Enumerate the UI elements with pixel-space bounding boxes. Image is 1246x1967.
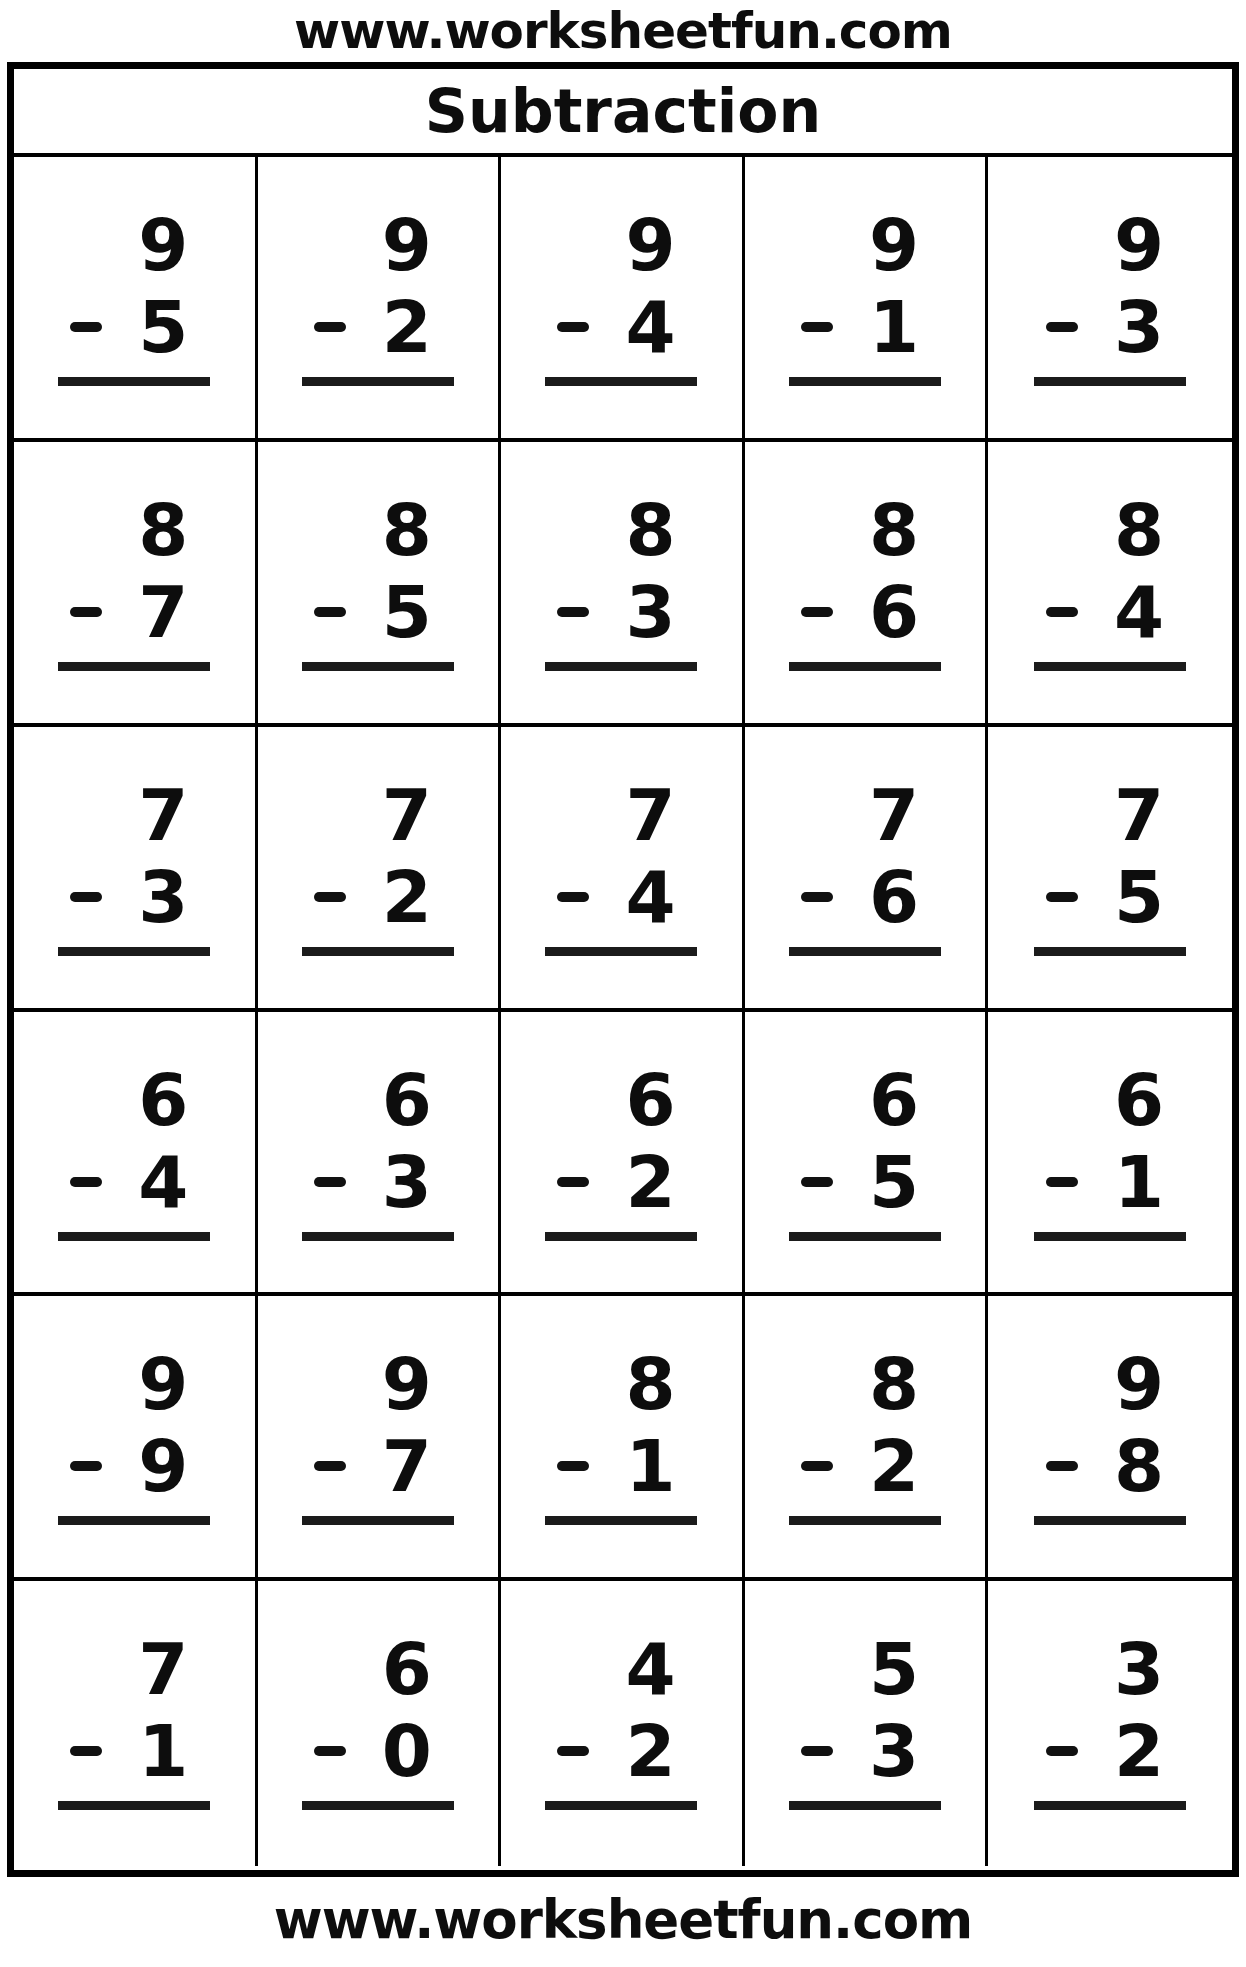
footer-site-url: www.worksheetfun.com [0,1891,1246,1949]
answer-space [789,671,941,727]
minus-icon [70,322,102,332]
minus-icon [557,892,589,902]
minuend: 9 [302,1346,454,1422]
problem-cell: 4 2 [501,1581,745,1866]
minuend: 9 [1034,207,1186,283]
minuend: 6 [545,1062,697,1138]
answer-line [1034,1801,1186,1810]
subtraction-problem: 9 5 [58,207,210,442]
answer-line [545,1516,697,1525]
minuend: 7 [58,1631,210,1707]
subtrahend: 4 [1114,574,1164,650]
subtrahend: 7 [138,574,188,650]
subtrahend-row: 3 [302,1144,454,1220]
minuend: 8 [789,492,941,568]
minus-icon [70,1746,102,1756]
minuend: 7 [1034,777,1186,853]
minuend: 8 [789,1346,941,1422]
answer-line [1034,1516,1186,1525]
minuend: 9 [1034,1346,1186,1422]
subtrahend-row: 5 [789,1144,941,1220]
answer-space [545,386,697,442]
subtrahend: 1 [1114,1144,1164,1220]
subtrahend: 1 [869,289,919,365]
answer-line [789,1801,941,1810]
answer-space [545,1810,697,1866]
minuend: 9 [58,1346,210,1422]
answer-space [302,1810,454,1866]
subtrahend-row: 7 [58,574,210,650]
problem-cell: 9 2 [258,157,502,442]
subtraction-problem: 9 8 [1034,1346,1186,1581]
problem-cell: 7 6 [745,727,989,1012]
subtraction-problem: 9 3 [1034,207,1186,442]
problem-cell: 9 8 [988,1296,1232,1581]
subtrahend-row: 2 [545,1713,697,1789]
answer-line [1034,947,1186,956]
minus-icon [1046,1177,1078,1187]
answer-space [58,1241,210,1297]
subtrahend: 5 [1114,859,1164,935]
subtrahend-row: 2 [302,859,454,935]
answer-space [1034,1525,1186,1581]
answer-space [789,1810,941,1866]
problem-cell: 8 3 [501,442,745,727]
minuend: 6 [302,1631,454,1707]
subtrahend: 5 [382,574,432,650]
answer-line [58,1516,210,1525]
subtrahend-row: 2 [1034,1713,1186,1789]
answer-space [302,1525,454,1581]
answer-line [1034,662,1186,671]
subtrahend: 5 [138,289,188,365]
answer-line [58,1232,210,1241]
subtrahend: 4 [625,289,675,365]
subtraction-problem: 9 7 [302,1346,454,1581]
minus-icon [801,607,833,617]
problem-cell: 6 1 [988,1012,1232,1297]
minus-icon [801,892,833,902]
subtrahend: 3 [138,859,188,935]
subtrahend: 8 [1114,1428,1164,1504]
subtrahend-row: 5 [302,574,454,650]
problem-cell: 6 3 [258,1012,502,1297]
subtraction-problem: 6 2 [545,1062,697,1297]
subtrahend-row: 1 [789,289,941,365]
subtraction-problem: 8 1 [545,1346,697,1581]
answer-space [58,386,210,442]
minuend: 5 [789,1631,941,1707]
answer-space [1034,956,1186,1012]
minus-icon [557,322,589,332]
minus-icon [1046,322,1078,332]
problem-cell: 9 5 [14,157,258,442]
minuend: 6 [789,1062,941,1138]
minus-icon [70,892,102,902]
problem-cell: 9 7 [258,1296,502,1581]
answer-line [545,947,697,956]
answer-space [545,956,697,1012]
subtrahend-row: 1 [545,1428,697,1504]
minus-icon [314,1461,346,1471]
subtrahend: 2 [382,289,432,365]
subtrahend-row: 2 [789,1428,941,1504]
subtrahend-row: 2 [545,1144,697,1220]
header-site-url: www.worksheetfun.com [0,2,1246,60]
subtrahend-row: 4 [545,289,697,365]
minuend: 6 [58,1062,210,1138]
subtraction-problem: 7 3 [58,777,210,1012]
subtraction-problem: 8 3 [545,492,697,727]
minus-icon [1046,1746,1078,1756]
answer-space [302,956,454,1012]
subtrahend-row: 2 [302,289,454,365]
answer-space [1034,386,1186,442]
subtraction-problem: 8 7 [58,492,210,727]
subtraction-problem: 8 6 [789,492,941,727]
answer-line [302,1232,454,1241]
answer-line [302,947,454,956]
subtraction-problem: 6 3 [302,1062,454,1297]
answer-space [545,671,697,727]
problem-cell: 9 4 [501,157,745,442]
minuend: 7 [302,777,454,853]
answer-line [302,377,454,386]
minus-icon [557,1746,589,1756]
minus-icon [314,892,346,902]
problem-cell: 8 7 [14,442,258,727]
problem-cell: 9 3 [988,157,1232,442]
worksheet-table: Subtraction 9 5 9 2 9 4 [7,62,1239,1877]
minus-icon [314,322,346,332]
answer-space [545,1525,697,1581]
answer-line [58,662,210,671]
answer-line [789,1516,941,1525]
minus-icon [70,1461,102,1471]
minus-icon [557,1461,589,1471]
subtrahend: 2 [625,1144,675,1220]
subtraction-problem: 4 2 [545,1631,697,1866]
subtrahend-row: 9 [58,1428,210,1504]
answer-line [58,1801,210,1810]
subtrahend: 1 [138,1713,188,1789]
subtrahend-row: 0 [302,1713,454,1789]
minuend: 7 [545,777,697,853]
minuend: 7 [58,777,210,853]
subtrahend: 2 [625,1713,675,1789]
minuend: 8 [58,492,210,568]
worksheet-title: Subtraction [14,69,1232,157]
minus-icon [1046,892,1078,902]
subtraction-problem: 7 5 [1034,777,1186,1012]
answer-line [545,377,697,386]
subtrahend: 1 [625,1428,675,1504]
subtrahend: 3 [625,574,675,650]
answer-line [58,377,210,386]
minuend: 7 [789,777,941,853]
answer-space [58,671,210,727]
subtrahend: 2 [382,859,432,935]
subtrahend-row: 6 [789,859,941,935]
minuend: 6 [1034,1062,1186,1138]
minus-icon [314,1746,346,1756]
problem-cell: 6 0 [258,1581,502,1866]
minus-icon [801,1461,833,1471]
answer-line [302,1516,454,1525]
problem-cell: 8 5 [258,442,502,727]
answer-space [302,386,454,442]
subtraction-problem: 9 9 [58,1346,210,1581]
subtrahend: 0 [382,1713,432,1789]
subtrahend: 9 [138,1428,188,1504]
minuend: 9 [58,207,210,283]
answer-space [302,1241,454,1297]
subtrahend-row: 3 [58,859,210,935]
minus-icon [801,322,833,332]
problem-cell: 8 2 [745,1296,989,1581]
minus-icon [314,607,346,617]
answer-space [302,671,454,727]
problem-cell: 5 3 [745,1581,989,1866]
minuend: 9 [545,207,697,283]
problem-cell: 6 4 [14,1012,258,1297]
problem-cell: 7 4 [501,727,745,1012]
subtrahend-row: 6 [789,574,941,650]
subtrahend: 5 [869,1144,919,1220]
answer-space [789,1525,941,1581]
problem-cell: 7 2 [258,727,502,1012]
problem-cell: 8 1 [501,1296,745,1581]
subtraction-problem: 8 4 [1034,492,1186,727]
answer-line [545,1801,697,1810]
answer-space [1034,671,1186,727]
minuend: 8 [545,1346,697,1422]
problem-cell: 6 5 [745,1012,989,1297]
answer-line [58,947,210,956]
subtraction-problem: 6 4 [58,1062,210,1297]
subtraction-problem: 9 1 [789,207,941,442]
problem-cell: 3 2 [988,1581,1232,1866]
problem-cell: 6 2 [501,1012,745,1297]
minus-icon [314,1177,346,1187]
subtrahend: 7 [382,1428,432,1504]
minus-icon [1046,1461,1078,1471]
answer-line [789,662,941,671]
minuend: 8 [302,492,454,568]
subtrahend-row: 5 [1034,859,1186,935]
subtraction-problem: 6 1 [1034,1062,1186,1297]
problem-cell: 7 3 [14,727,258,1012]
answer-space [58,956,210,1012]
subtraction-problem: 9 4 [545,207,697,442]
subtraction-problem: 3 2 [1034,1631,1186,1866]
minuend: 6 [302,1062,454,1138]
subtraction-problem: 8 5 [302,492,454,727]
subtraction-problem: 5 3 [789,1631,941,1866]
subtraction-problem: 9 2 [302,207,454,442]
answer-line [1034,377,1186,386]
subtrahend-row: 5 [58,289,210,365]
minuend: 9 [302,207,454,283]
subtrahend: 4 [625,859,675,935]
subtrahend: 2 [869,1428,919,1504]
subtrahend-row: 1 [1034,1144,1186,1220]
subtraction-problem: 7 2 [302,777,454,1012]
problem-cell: 9 1 [745,157,989,442]
answer-line [789,947,941,956]
minus-icon [1046,607,1078,617]
subtrahend: 3 [382,1144,432,1220]
minus-icon [70,1177,102,1187]
subtraction-problem: 7 6 [789,777,941,1012]
answer-space [1034,1241,1186,1297]
problem-grid: 9 5 9 2 9 4 [14,157,1232,1866]
problem-cell: 9 9 [14,1296,258,1581]
answer-line [545,662,697,671]
problem-cell: 8 6 [745,442,989,727]
minuend: 8 [545,492,697,568]
subtrahend-row: 3 [789,1713,941,1789]
subtrahend-row: 8 [1034,1428,1186,1504]
problem-cell: 7 1 [14,1581,258,1866]
subtraction-problem: 6 0 [302,1631,454,1866]
minuend: 4 [545,1631,697,1707]
subtraction-problem: 7 1 [58,1631,210,1866]
answer-space [789,956,941,1012]
minuend: 3 [1034,1631,1186,1707]
answer-space [789,1241,941,1297]
minuend: 8 [1034,492,1186,568]
subtrahend: 6 [869,574,919,650]
subtraction-problem: 7 4 [545,777,697,1012]
subtrahend-row: 1 [58,1713,210,1789]
minus-icon [801,1177,833,1187]
subtrahend-row: 4 [58,1144,210,1220]
subtrahend: 6 [869,859,919,935]
answer-line [302,1801,454,1810]
minus-icon [557,607,589,617]
minus-icon [70,607,102,617]
subtrahend-row: 3 [545,574,697,650]
minus-icon [801,1746,833,1756]
answer-space [58,1810,210,1866]
answer-line [302,662,454,671]
subtrahend: 3 [1114,289,1164,365]
subtrahend-row: 3 [1034,289,1186,365]
answer-line [1034,1232,1186,1241]
subtrahend: 3 [869,1713,919,1789]
answer-line [789,377,941,386]
subtraction-problem: 6 5 [789,1062,941,1297]
subtrahend: 2 [1114,1713,1164,1789]
subtraction-problem: 8 2 [789,1346,941,1581]
problem-cell: 7 5 [988,727,1232,1012]
answer-line [789,1232,941,1241]
problem-cell: 8 4 [988,442,1232,727]
answer-space [1034,1810,1186,1866]
subtrahend: 4 [138,1144,188,1220]
answer-space [789,386,941,442]
subtrahend-row: 7 [302,1428,454,1504]
answer-space [58,1525,210,1581]
subtrahend-row: 4 [1034,574,1186,650]
minuend: 9 [789,207,941,283]
subtrahend-row: 4 [545,859,697,935]
answer-line [545,1232,697,1241]
minus-icon [557,1177,589,1187]
answer-space [545,1241,697,1297]
